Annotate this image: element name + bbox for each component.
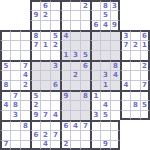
given-digit: 9 bbox=[64, 93, 69, 100]
cell-r6c5[interactable]: 3 bbox=[50, 60, 60, 70]
given-digit: 3 bbox=[13, 112, 18, 119]
cell-r6c14[interactable]: 2 bbox=[140, 60, 150, 70]
cell-r10c11[interactable] bbox=[110, 100, 120, 110]
cell-r2c7[interactable] bbox=[70, 20, 80, 30]
given-digit: 5 bbox=[142, 102, 147, 109]
cell-r8c6[interactable] bbox=[60, 80, 70, 90]
cell-r5c10[interactable] bbox=[100, 50, 110, 60]
given-digit: 9 bbox=[112, 22, 117, 29]
cell-r8c3[interactable] bbox=[30, 80, 40, 90]
given-digit: 3 bbox=[73, 52, 78, 59]
cell-r4c7[interactable] bbox=[70, 40, 80, 50]
cell-r0c5[interactable] bbox=[50, 0, 60, 10]
cell-r8c4[interactable] bbox=[40, 80, 50, 90]
cell-r3c12[interactable]: 3 bbox=[120, 30, 130, 40]
given-digit: 7 bbox=[83, 123, 88, 130]
cell-r7c10[interactable]: 3 bbox=[100, 70, 110, 80]
given-digit: 1 bbox=[64, 52, 69, 59]
cell-r1c10[interactable]: 5 bbox=[100, 10, 110, 20]
cell-r12c9[interactable] bbox=[90, 120, 100, 130]
cell-r3c3[interactable]: 8 bbox=[30, 30, 40, 40]
given-digit: 5 bbox=[83, 52, 88, 59]
void-area bbox=[130, 120, 140, 130]
void-area bbox=[130, 130, 140, 140]
given-digit: 2 bbox=[64, 141, 69, 148]
given-digit: 2 bbox=[23, 82, 28, 89]
given-digit: 4 bbox=[4, 102, 9, 109]
cell-r4c14[interactable]: 1 bbox=[140, 40, 150, 50]
cell-r5c2[interactable] bbox=[20, 50, 30, 60]
given-digit: 4 bbox=[23, 72, 28, 79]
sudoku-puzzle: 6283925649854367127211355736824234826147… bbox=[0, 0, 150, 150]
cell-r7c9[interactable] bbox=[90, 70, 100, 80]
cell-r14c10[interactable]: 9 bbox=[100, 140, 110, 150]
void-area bbox=[120, 20, 130, 30]
given-digit: 2 bbox=[133, 42, 138, 49]
cell-r13c9[interactable] bbox=[90, 130, 100, 140]
cell-r11c12[interactable] bbox=[120, 110, 130, 120]
given-digit: 6 bbox=[142, 33, 147, 40]
cell-r1c11[interactable] bbox=[110, 10, 120, 20]
cell-r4c3[interactable]: 7 bbox=[30, 40, 40, 50]
cell-r1c5[interactable] bbox=[50, 10, 60, 20]
cell-r13c1[interactable] bbox=[10, 130, 20, 140]
cell-r5c8[interactable]: 5 bbox=[80, 50, 90, 60]
given-digit: 2 bbox=[43, 12, 48, 19]
cell-r3c1[interactable] bbox=[10, 30, 20, 40]
cell-r5c11[interactable] bbox=[110, 50, 120, 60]
given-digit: 7 bbox=[124, 42, 129, 49]
given-digit: 3 bbox=[103, 72, 108, 79]
cell-r4c8[interactable] bbox=[80, 40, 90, 50]
cell-r1c7[interactable] bbox=[70, 10, 80, 20]
given-digit: 1 bbox=[103, 82, 108, 89]
cell-r11c8[interactable] bbox=[80, 110, 90, 120]
given-digit: 8 bbox=[113, 63, 118, 70]
cell-r5c1[interactable] bbox=[10, 50, 20, 60]
cell-r5c12[interactable] bbox=[120, 50, 130, 60]
cell-r13c11[interactable] bbox=[110, 130, 120, 140]
cell-r3c5[interactable]: 5 bbox=[50, 30, 60, 40]
cell-r7c5[interactable] bbox=[50, 70, 60, 80]
cell-r3c6[interactable]: 4 bbox=[60, 30, 70, 40]
given-digit: 8 bbox=[13, 102, 18, 109]
cell-r4c13[interactable]: 2 bbox=[130, 40, 140, 50]
given-digit: 2 bbox=[53, 42, 58, 49]
void-area bbox=[140, 20, 150, 30]
cell-r12c7[interactable]: 4 bbox=[70, 120, 80, 130]
cell-r3c13[interactable] bbox=[130, 30, 140, 40]
cell-r7c8[interactable] bbox=[80, 70, 90, 80]
given-digit: 7 bbox=[13, 93, 18, 100]
cell-r6c0[interactable]: 5 bbox=[0, 60, 10, 70]
cell-r0c3[interactable] bbox=[30, 0, 40, 10]
cell-r4c0[interactable] bbox=[0, 40, 10, 50]
given-digit: 8 bbox=[133, 102, 138, 109]
cell-r11c11[interactable] bbox=[110, 110, 120, 120]
cell-r13c6[interactable] bbox=[60, 130, 70, 140]
cell-r0c7[interactable] bbox=[70, 0, 80, 10]
cell-r12c2[interactable]: 8 bbox=[20, 120, 30, 130]
cell-r9c2[interactable] bbox=[20, 90, 30, 100]
cell-r6c12[interactable] bbox=[120, 60, 130, 70]
given-digit: 7 bbox=[4, 141, 9, 148]
cell-r4c1[interactable] bbox=[10, 40, 20, 50]
given-digit: 6 bbox=[34, 132, 39, 139]
given-digit: 4 bbox=[73, 123, 78, 130]
cell-r13c7[interactable] bbox=[70, 130, 80, 140]
cell-r3c10[interactable] bbox=[100, 30, 110, 40]
given-digit: 9 bbox=[34, 12, 39, 19]
cell-r12c4[interactable] bbox=[40, 120, 50, 130]
cell-r3c8[interactable] bbox=[80, 30, 90, 40]
cell-r10c5[interactable] bbox=[50, 100, 60, 110]
cell-r7c3[interactable] bbox=[30, 70, 40, 80]
cell-r0c8[interactable]: 2 bbox=[80, 0, 90, 10]
cell-r9c8[interactable]: 8 bbox=[80, 90, 90, 100]
cell-r4c2[interactable] bbox=[20, 40, 30, 50]
given-digit: 2 bbox=[142, 63, 147, 70]
cell-r10c3[interactable]: 2 bbox=[30, 100, 40, 110]
cell-r10c13[interactable]: 8 bbox=[130, 100, 140, 110]
given-digit: 3 bbox=[53, 63, 58, 70]
cell-r11c6[interactable] bbox=[60, 110, 70, 120]
given-digit: 8 bbox=[34, 33, 39, 40]
cell-r12c1[interactable] bbox=[10, 120, 20, 130]
cell-r9c9[interactable]: 1 bbox=[90, 90, 100, 100]
void-area bbox=[20, 10, 30, 20]
cell-r10c9[interactable] bbox=[90, 100, 100, 110]
given-digit: 3 bbox=[94, 112, 99, 119]
cell-r14c1[interactable] bbox=[10, 140, 20, 150]
given-digit: 5 bbox=[103, 112, 108, 119]
cell-r11c3[interactable]: 9 bbox=[30, 110, 40, 120]
cell-r6c10[interactable] bbox=[100, 60, 110, 70]
given-digit: 4 bbox=[113, 72, 118, 79]
cell-r12c11[interactable] bbox=[110, 120, 120, 130]
cell-r3c0[interactable] bbox=[0, 30, 10, 40]
given-digit: 6 bbox=[43, 3, 48, 10]
void-area bbox=[140, 10, 150, 20]
cell-r10c1[interactable]: 8 bbox=[10, 100, 20, 110]
void-area bbox=[20, 0, 30, 10]
cell-r7c2[interactable]: 4 bbox=[20, 70, 30, 80]
cell-r4c6[interactable] bbox=[60, 40, 70, 50]
cell-r0c10[interactable]: 8 bbox=[100, 0, 110, 10]
cell-r4c11[interactable] bbox=[110, 40, 120, 50]
cell-r12c8[interactable]: 7 bbox=[80, 120, 90, 130]
cell-r6c8[interactable]: 6 bbox=[80, 60, 90, 70]
given-digit: 8 bbox=[83, 93, 88, 100]
cell-r5c3[interactable] bbox=[30, 50, 40, 60]
void-area bbox=[120, 0, 130, 10]
cell-r4c10[interactable] bbox=[100, 40, 110, 50]
cell-r10c10[interactable]: 4 bbox=[100, 100, 110, 110]
cell-r2c3[interactable] bbox=[30, 20, 40, 30]
cell-r12c6[interactable]: 6 bbox=[60, 120, 70, 130]
cell-r14c2[interactable] bbox=[20, 140, 30, 150]
given-digit: 3 bbox=[112, 3, 117, 10]
cell-r6c4[interactable] bbox=[40, 60, 50, 70]
cell-r10c2[interactable] bbox=[20, 100, 30, 110]
given-digit: 7 bbox=[34, 42, 39, 49]
cell-r14c8[interactable] bbox=[80, 140, 90, 150]
cell-r9c13[interactable] bbox=[130, 90, 140, 100]
cell-r1c3[interactable]: 9 bbox=[30, 10, 40, 20]
cell-r8c7[interactable] bbox=[70, 80, 80, 90]
cell-r6c9[interactable] bbox=[90, 60, 100, 70]
given-digit: 3 bbox=[124, 33, 129, 40]
cell-r7c11[interactable]: 4 bbox=[110, 70, 120, 80]
cell-r2c4[interactable] bbox=[40, 20, 50, 30]
cell-r3c4[interactable] bbox=[40, 30, 50, 40]
cell-r0c4[interactable]: 6 bbox=[40, 0, 50, 10]
given-digit: 7 bbox=[142, 82, 147, 89]
given-digit: 6 bbox=[53, 82, 58, 89]
given-digit: 4 bbox=[64, 33, 69, 40]
cell-r10c6[interactable] bbox=[60, 100, 70, 110]
cell-r0c6[interactable] bbox=[60, 0, 70, 10]
cell-r2c8[interactable] bbox=[80, 20, 90, 30]
cell-r1c6[interactable] bbox=[60, 10, 70, 20]
sudoku-board: 6283925649854367127211355736824234826147… bbox=[0, 0, 150, 150]
cell-r1c8[interactable] bbox=[80, 10, 90, 20]
cell-r11c2[interactable] bbox=[20, 110, 30, 120]
cell-r8c5[interactable]: 6 bbox=[50, 80, 60, 90]
cell-r11c10[interactable]: 5 bbox=[100, 110, 110, 120]
given-digit: 4 bbox=[103, 22, 108, 29]
void-area bbox=[20, 20, 30, 30]
cell-r8c8[interactable] bbox=[80, 80, 90, 90]
void-area bbox=[140, 0, 150, 10]
cell-r9c1[interactable]: 7 bbox=[10, 90, 20, 100]
cell-r3c9[interactable] bbox=[90, 30, 100, 40]
given-digit: 2 bbox=[73, 72, 78, 79]
cell-r1c4[interactable]: 2 bbox=[40, 10, 50, 20]
given-digit: 9 bbox=[34, 112, 39, 119]
cell-r9c7[interactable] bbox=[70, 90, 80, 100]
given-digit: 8 bbox=[103, 3, 108, 10]
cell-r5c7[interactable]: 3 bbox=[70, 50, 80, 60]
cell-r9c0[interactable] bbox=[0, 90, 10, 100]
void-area bbox=[120, 120, 130, 130]
cell-r5c6[interactable]: 1 bbox=[60, 50, 70, 60]
cell-r9c6[interactable]: 9 bbox=[60, 90, 70, 100]
cell-r14c3[interactable] bbox=[30, 140, 40, 150]
cell-r8c2[interactable]: 2 bbox=[20, 80, 30, 90]
given-digit: 4 bbox=[43, 141, 48, 148]
given-digit: 2 bbox=[83, 3, 88, 10]
void-area bbox=[130, 10, 140, 20]
cell-r14c9[interactable] bbox=[90, 140, 100, 150]
cell-r6c6[interactable] bbox=[60, 60, 70, 70]
cell-r11c5[interactable]: 4 bbox=[50, 110, 60, 120]
given-digit: 5 bbox=[4, 63, 9, 70]
cell-r10c4[interactable] bbox=[40, 100, 50, 110]
void-area bbox=[140, 140, 150, 150]
void-area bbox=[0, 20, 10, 30]
cell-r13c4[interactable]: 2 bbox=[40, 130, 50, 140]
cell-r10c7[interactable] bbox=[70, 100, 80, 110]
cell-r4c5[interactable]: 2 bbox=[50, 40, 60, 50]
cell-r3c11[interactable] bbox=[110, 30, 120, 40]
cell-r2c6[interactable] bbox=[60, 20, 70, 30]
given-digit: 8 bbox=[23, 123, 28, 130]
cell-r7c4[interactable] bbox=[40, 70, 50, 80]
cell-r9c14[interactable] bbox=[140, 90, 150, 100]
cell-r13c2[interactable] bbox=[20, 130, 30, 140]
cell-r12c10[interactable] bbox=[100, 120, 110, 130]
cell-r14c5[interactable] bbox=[50, 140, 60, 150]
cell-r7c7[interactable]: 2 bbox=[70, 70, 80, 80]
cell-r8c10[interactable]: 1 bbox=[100, 80, 110, 90]
cell-r7c1[interactable] bbox=[10, 70, 20, 80]
cell-r3c14[interactable]: 6 bbox=[140, 30, 150, 40]
cell-r7c6[interactable] bbox=[60, 70, 70, 80]
given-digit: 6 bbox=[94, 22, 99, 29]
cell-r8c12[interactable]: 4 bbox=[120, 80, 130, 90]
given-digit: 8 bbox=[4, 82, 9, 89]
cell-r3c7[interactable] bbox=[70, 30, 80, 40]
cell-r14c7[interactable] bbox=[70, 140, 80, 150]
cell-r8c14[interactable]: 7 bbox=[140, 80, 150, 90]
given-digit: 7 bbox=[53, 132, 58, 139]
void-area bbox=[0, 0, 10, 10]
cell-r4c4[interactable]: 1 bbox=[40, 40, 50, 50]
cell-r14c0[interactable]: 7 bbox=[0, 140, 10, 150]
cell-r7c14[interactable] bbox=[140, 70, 150, 80]
cell-r13c10[interactable] bbox=[100, 130, 110, 140]
cell-r0c11[interactable]: 3 bbox=[110, 0, 120, 10]
void-area bbox=[130, 0, 140, 10]
cell-r14c11[interactable] bbox=[110, 140, 120, 150]
cell-r8c11[interactable] bbox=[110, 80, 120, 90]
given-digit: 6 bbox=[83, 63, 88, 70]
cell-r0c9[interactable] bbox=[90, 0, 100, 10]
given-digit: 6 bbox=[64, 123, 69, 130]
void-area bbox=[140, 130, 150, 140]
cell-r6c2[interactable]: 7 bbox=[20, 60, 30, 70]
cell-r10c12[interactable] bbox=[120, 100, 130, 110]
given-digit: 4 bbox=[124, 82, 129, 89]
cell-r12c5[interactable] bbox=[50, 120, 60, 130]
cell-r11c0[interactable] bbox=[0, 110, 10, 120]
cell-r5c9[interactable] bbox=[90, 50, 100, 60]
cell-r9c3[interactable]: 5 bbox=[30, 90, 40, 100]
given-digit: 1 bbox=[94, 93, 99, 100]
cell-r11c1[interactable]: 3 bbox=[10, 110, 20, 120]
cell-r11c7[interactable] bbox=[70, 110, 80, 120]
void-area bbox=[120, 130, 130, 140]
cell-r9c11[interactable] bbox=[110, 90, 120, 100]
cell-r8c1[interactable] bbox=[10, 80, 20, 90]
cell-r2c9[interactable]: 6 bbox=[90, 20, 100, 30]
cell-r5c0[interactable] bbox=[0, 50, 10, 60]
cell-r10c0[interactable]: 4 bbox=[0, 100, 10, 110]
given-digit: 1 bbox=[43, 42, 48, 49]
cell-r7c12[interactable] bbox=[120, 70, 130, 80]
cell-r6c11[interactable]: 8 bbox=[110, 60, 120, 70]
cell-r13c8[interactable] bbox=[80, 130, 90, 140]
given-digit: 7 bbox=[23, 63, 28, 70]
cell-r11c14[interactable] bbox=[140, 110, 150, 120]
cell-r2c10[interactable]: 4 bbox=[100, 20, 110, 30]
void-area bbox=[120, 10, 130, 20]
cell-r4c9[interactable] bbox=[90, 40, 100, 50]
cell-r7c13[interactable] bbox=[130, 70, 140, 80]
given-digit: 5 bbox=[34, 93, 39, 100]
void-area bbox=[10, 10, 20, 20]
cell-r9c5[interactable] bbox=[50, 90, 60, 100]
cell-r11c9[interactable]: 3 bbox=[90, 110, 100, 120]
given-digit: 2 bbox=[43, 132, 48, 139]
void-area bbox=[10, 0, 20, 10]
void-area bbox=[130, 140, 140, 150]
cell-r8c9[interactable] bbox=[90, 80, 100, 90]
cell-r12c3[interactable] bbox=[30, 120, 40, 130]
cell-r5c5[interactable] bbox=[50, 50, 60, 60]
cell-r5c13[interactable] bbox=[130, 50, 140, 60]
given-digit: 7 bbox=[43, 112, 48, 119]
cell-r6c3[interactable] bbox=[30, 60, 40, 70]
cell-r4c12[interactable]: 7 bbox=[120, 40, 130, 50]
cell-r5c4[interactable] bbox=[40, 50, 50, 60]
given-digit: 5 bbox=[53, 33, 58, 40]
cell-r10c8[interactable] bbox=[80, 100, 90, 110]
cell-r7c0[interactable] bbox=[0, 70, 10, 80]
void-area bbox=[0, 10, 10, 20]
cell-r13c3[interactable]: 6 bbox=[30, 130, 40, 140]
cell-r9c10[interactable] bbox=[100, 90, 110, 100]
void-area bbox=[10, 20, 20, 30]
cell-r10c14[interactable]: 5 bbox=[140, 100, 150, 110]
cell-r9c4[interactable] bbox=[40, 90, 50, 100]
void-area bbox=[140, 120, 150, 130]
cell-r2c11[interactable]: 9 bbox=[110, 20, 120, 30]
cell-r6c1[interactable] bbox=[10, 60, 20, 70]
given-digit: 5 bbox=[103, 12, 108, 19]
given-digit: 4 bbox=[53, 112, 58, 119]
cell-r8c13[interactable] bbox=[130, 80, 140, 90]
cell-r5c14[interactable] bbox=[140, 50, 150, 60]
cell-r3c2[interactable] bbox=[20, 30, 30, 40]
cell-r1c9[interactable] bbox=[90, 10, 100, 20]
cell-r13c5[interactable]: 7 bbox=[50, 130, 60, 140]
cell-r14c6[interactable]: 2 bbox=[60, 140, 70, 150]
given-digit: 9 bbox=[103, 141, 108, 148]
cell-r8c0[interactable]: 8 bbox=[0, 80, 10, 90]
cell-r9c12[interactable] bbox=[120, 90, 130, 100]
cell-r12c0[interactable] bbox=[0, 120, 10, 130]
cell-r6c13[interactable] bbox=[130, 60, 140, 70]
void-area bbox=[130, 20, 140, 30]
cell-r2c5[interactable] bbox=[50, 20, 60, 30]
cell-r13c0[interactable] bbox=[0, 130, 10, 140]
given-digit: 2 bbox=[34, 102, 39, 109]
void-area bbox=[120, 140, 130, 150]
cell-r11c13[interactable] bbox=[130, 110, 140, 120]
cell-r11c4[interactable]: 7 bbox=[40, 110, 50, 120]
given-digit: 1 bbox=[142, 42, 147, 49]
cell-r14c4[interactable]: 4 bbox=[40, 140, 50, 150]
given-digit: 4 bbox=[103, 102, 108, 109]
cell-r6c7[interactable] bbox=[70, 60, 80, 70]
